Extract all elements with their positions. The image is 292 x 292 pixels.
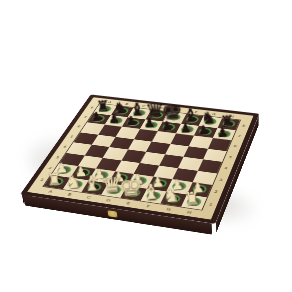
white-king-icon: ♚ — [120, 179, 142, 201]
chess-board: ABCDEFGH ABCDEFGH 12345678 12345678 ♜♞♝♛… — [20, 94, 259, 224]
board-tilt-wrapper: ABCDEFGH ABCDEFGH 12345678 12345678 ♜♞♝♛… — [45, 51, 248, 254]
brass-clasp-icon — [107, 210, 117, 217]
white-knight-icon: ♞ — [160, 185, 183, 208]
white-rook-icon: ♜ — [180, 188, 203, 211]
black-pawn-icon: ♟ — [193, 119, 213, 139]
white-rook-icon: ♜ — [43, 168, 65, 190]
rank-label-6: 6 — [227, 141, 243, 153]
white-bishop-icon: ♝ — [140, 182, 162, 204]
black-pawn-icon: ♟ — [212, 121, 233, 142]
black-pawn-icon: ♟ — [157, 114, 177, 134]
product-photo: ABCDEFGH ABCDEFGH 12345678 12345678 ♜♞♝♛… — [0, 0, 292, 292]
